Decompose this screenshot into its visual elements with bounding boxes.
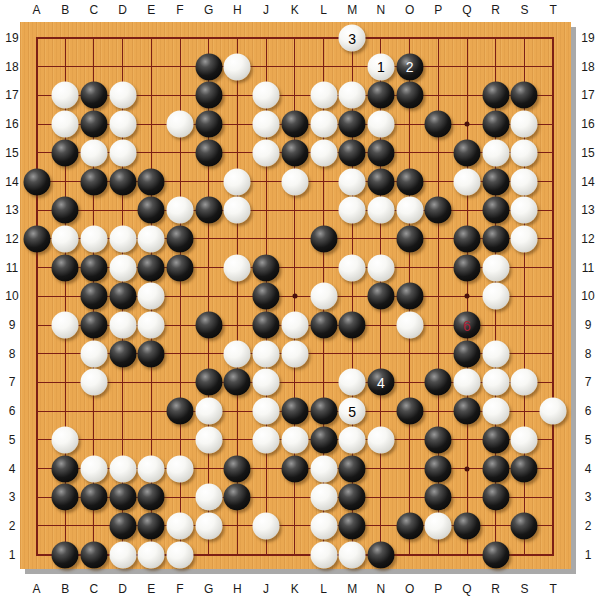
black-stone[interactable] bbox=[511, 82, 538, 109]
column-label: G bbox=[204, 582, 213, 596]
black-stone[interactable] bbox=[195, 82, 222, 109]
black-stone[interactable] bbox=[454, 225, 481, 252]
black-stone[interactable] bbox=[310, 312, 337, 339]
column-label: Q bbox=[462, 582, 471, 596]
white-stone[interactable] bbox=[310, 541, 337, 568]
white-stone[interactable] bbox=[339, 197, 366, 224]
black-stone[interactable] bbox=[482, 197, 509, 224]
white-stone[interactable]: 3 bbox=[339, 25, 366, 52]
column-label: O bbox=[405, 582, 414, 596]
black-stone[interactable] bbox=[253, 312, 280, 339]
white-stone[interactable] bbox=[281, 312, 308, 339]
column-label: T bbox=[549, 582, 556, 596]
column-label: D bbox=[118, 582, 127, 596]
white-stone[interactable] bbox=[367, 426, 394, 453]
white-stone[interactable] bbox=[80, 369, 107, 396]
row-label: 7 bbox=[585, 375, 592, 389]
white-stone[interactable] bbox=[281, 168, 308, 195]
white-stone[interactable] bbox=[167, 512, 194, 539]
white-stone[interactable] bbox=[482, 398, 509, 425]
black-stone[interactable] bbox=[281, 139, 308, 166]
column-label: G bbox=[204, 3, 213, 17]
white-stone[interactable] bbox=[224, 53, 251, 80]
white-stone[interactable] bbox=[80, 225, 107, 252]
black-stone[interactable] bbox=[195, 197, 222, 224]
black-stone[interactable] bbox=[52, 455, 79, 482]
column-label: P bbox=[434, 3, 442, 17]
black-stone[interactable] bbox=[310, 225, 337, 252]
black-stone[interactable] bbox=[482, 426, 509, 453]
white-stone[interactable] bbox=[109, 225, 136, 252]
white-stone[interactable] bbox=[52, 82, 79, 109]
row-label: 13 bbox=[581, 203, 594, 217]
black-stone[interactable] bbox=[109, 484, 136, 511]
white-stone[interactable] bbox=[253, 139, 280, 166]
white-stone[interactable] bbox=[310, 82, 337, 109]
white-stone[interactable] bbox=[109, 254, 136, 281]
black-stone[interactable] bbox=[109, 340, 136, 367]
row-label: 16 bbox=[581, 117, 594, 131]
black-stone[interactable] bbox=[339, 455, 366, 482]
white-stone[interactable] bbox=[195, 512, 222, 539]
row-label: 15 bbox=[5, 146, 18, 160]
black-stone[interactable] bbox=[195, 139, 222, 166]
black-stone[interactable]: 2 bbox=[396, 53, 423, 80]
white-stone[interactable] bbox=[482, 254, 509, 281]
white-stone[interactable] bbox=[80, 455, 107, 482]
white-stone[interactable] bbox=[138, 455, 165, 482]
white-stone[interactable]: 5 bbox=[339, 398, 366, 425]
move-number: 1 bbox=[377, 60, 385, 74]
white-stone[interactable] bbox=[195, 398, 222, 425]
black-stone[interactable] bbox=[80, 254, 107, 281]
black-stone[interactable] bbox=[425, 197, 452, 224]
white-stone[interactable] bbox=[52, 225, 79, 252]
black-stone[interactable] bbox=[109, 168, 136, 195]
column-label: E bbox=[147, 582, 155, 596]
white-stone[interactable] bbox=[224, 254, 251, 281]
row-label: 5 bbox=[585, 433, 592, 447]
column-label: C bbox=[90, 3, 99, 17]
black-stone[interactable] bbox=[339, 111, 366, 138]
row-label: 1 bbox=[585, 548, 592, 562]
black-stone[interactable] bbox=[396, 283, 423, 310]
row-label: 6 bbox=[585, 404, 592, 418]
black-stone[interactable] bbox=[224, 455, 251, 482]
column-label: B bbox=[61, 582, 69, 596]
black-stone[interactable] bbox=[195, 369, 222, 396]
move-number: 2 bbox=[406, 60, 414, 74]
white-stone[interactable] bbox=[310, 512, 337, 539]
black-stone[interactable] bbox=[80, 541, 107, 568]
column-label: C bbox=[90, 582, 99, 596]
white-stone[interactable] bbox=[396, 312, 423, 339]
black-stone[interactable] bbox=[425, 369, 452, 396]
black-stone[interactable] bbox=[511, 455, 538, 482]
black-stone[interactable] bbox=[367, 541, 394, 568]
black-stone[interactable] bbox=[109, 283, 136, 310]
grid-line-vertical bbox=[552, 37, 554, 556]
column-label: R bbox=[491, 582, 500, 596]
white-stone[interactable] bbox=[167, 541, 194, 568]
row-label: 18 bbox=[581, 60, 594, 74]
white-stone[interactable] bbox=[482, 139, 509, 166]
black-stone[interactable] bbox=[482, 82, 509, 109]
row-label: 11 bbox=[6, 261, 18, 275]
column-label: K bbox=[291, 582, 299, 596]
black-stone[interactable] bbox=[167, 225, 194, 252]
move-number: 5 bbox=[348, 404, 356, 418]
black-stone[interactable] bbox=[454, 340, 481, 367]
white-stone[interactable] bbox=[339, 168, 366, 195]
black-stone[interactable] bbox=[454, 254, 481, 281]
black-stone[interactable] bbox=[482, 225, 509, 252]
white-stone[interactable] bbox=[281, 340, 308, 367]
white-stone[interactable] bbox=[511, 139, 538, 166]
white-stone[interactable] bbox=[482, 369, 509, 396]
black-stone[interactable] bbox=[367, 82, 394, 109]
column-label: S bbox=[520, 3, 528, 17]
white-stone[interactable] bbox=[511, 369, 538, 396]
black-stone[interactable] bbox=[281, 398, 308, 425]
column-label: O bbox=[405, 3, 414, 17]
black-stone[interactable] bbox=[396, 398, 423, 425]
column-label: B bbox=[61, 3, 69, 17]
white-stone[interactable] bbox=[511, 225, 538, 252]
row-label: 17 bbox=[581, 88, 594, 102]
row-label: 15 bbox=[581, 146, 594, 160]
row-label: 12 bbox=[5, 232, 18, 246]
column-label: F bbox=[176, 3, 183, 17]
white-stone[interactable] bbox=[310, 139, 337, 166]
black-stone[interactable] bbox=[109, 512, 136, 539]
black-stone[interactable] bbox=[224, 484, 251, 511]
white-stone[interactable] bbox=[339, 426, 366, 453]
row-label: 10 bbox=[5, 289, 18, 303]
white-stone[interactable] bbox=[253, 340, 280, 367]
white-stone[interactable] bbox=[511, 168, 538, 195]
white-stone[interactable] bbox=[52, 111, 79, 138]
black-stone[interactable] bbox=[339, 512, 366, 539]
row-label: 1 bbox=[9, 548, 16, 562]
white-stone[interactable] bbox=[253, 82, 280, 109]
black-stone[interactable] bbox=[253, 283, 280, 310]
white-stone[interactable] bbox=[454, 369, 481, 396]
row-label: 3 bbox=[585, 490, 592, 504]
black-stone[interactable] bbox=[80, 82, 107, 109]
column-label: P bbox=[434, 582, 442, 596]
black-stone[interactable] bbox=[138, 484, 165, 511]
black-stone[interactable] bbox=[454, 398, 481, 425]
white-stone[interactable] bbox=[80, 139, 107, 166]
white-stone[interactable] bbox=[310, 484, 337, 511]
row-label: 6 bbox=[9, 404, 16, 418]
black-stone[interactable] bbox=[52, 139, 79, 166]
white-stone[interactable] bbox=[253, 369, 280, 396]
white-stone[interactable] bbox=[167, 197, 194, 224]
black-stone[interactable] bbox=[367, 139, 394, 166]
row-label: 12 bbox=[581, 232, 594, 246]
black-stone[interactable] bbox=[367, 168, 394, 195]
white-stone[interactable] bbox=[195, 484, 222, 511]
black-stone[interactable] bbox=[482, 541, 509, 568]
white-stone[interactable] bbox=[339, 82, 366, 109]
black-stone[interactable] bbox=[195, 312, 222, 339]
black-stone[interactable] bbox=[138, 340, 165, 367]
column-label: D bbox=[118, 3, 127, 17]
white-stone[interactable]: 1 bbox=[367, 53, 394, 80]
row-label: 8 bbox=[585, 347, 592, 361]
row-label: 11 bbox=[582, 261, 594, 275]
row-label: 19 bbox=[581, 31, 594, 45]
white-stone[interactable] bbox=[138, 312, 165, 339]
white-stone[interactable] bbox=[109, 139, 136, 166]
white-stone[interactable] bbox=[80, 340, 107, 367]
white-stone[interactable] bbox=[167, 455, 194, 482]
row-label: 17 bbox=[5, 88, 18, 102]
row-label: 4 bbox=[9, 462, 16, 476]
white-stone[interactable] bbox=[425, 512, 452, 539]
white-stone[interactable] bbox=[511, 426, 538, 453]
column-label: K bbox=[291, 3, 299, 17]
column-label: H bbox=[233, 3, 242, 17]
black-stone[interactable] bbox=[396, 168, 423, 195]
white-stone[interactable] bbox=[367, 254, 394, 281]
white-stone[interactable] bbox=[482, 283, 509, 310]
column-label: L bbox=[320, 582, 327, 596]
row-label: 18 bbox=[5, 60, 18, 74]
black-stone[interactable] bbox=[482, 168, 509, 195]
white-stone[interactable] bbox=[339, 541, 366, 568]
column-label: N bbox=[377, 3, 386, 17]
white-stone[interactable] bbox=[109, 111, 136, 138]
black-stone[interactable] bbox=[339, 139, 366, 166]
black-stone[interactable] bbox=[425, 426, 452, 453]
black-stone[interactable] bbox=[454, 512, 481, 539]
white-stone[interactable] bbox=[454, 168, 481, 195]
white-stone[interactable] bbox=[109, 312, 136, 339]
black-stone[interactable] bbox=[167, 398, 194, 425]
move-number: 4 bbox=[377, 375, 385, 389]
black-stone[interactable] bbox=[80, 111, 107, 138]
black-stone[interactable] bbox=[281, 111, 308, 138]
column-label: J bbox=[263, 582, 269, 596]
column-label: S bbox=[520, 582, 528, 596]
black-stone[interactable] bbox=[310, 426, 337, 453]
column-label: R bbox=[491, 3, 500, 17]
black-stone[interactable] bbox=[80, 484, 107, 511]
black-stone[interactable] bbox=[80, 283, 107, 310]
white-stone[interactable] bbox=[482, 340, 509, 367]
black-stone[interactable] bbox=[367, 283, 394, 310]
white-stone[interactable] bbox=[396, 197, 423, 224]
column-label: N bbox=[377, 582, 386, 596]
column-label: E bbox=[147, 3, 155, 17]
black-stone[interactable]: 6 bbox=[454, 312, 481, 339]
black-stone[interactable] bbox=[138, 197, 165, 224]
white-stone[interactable] bbox=[195, 426, 222, 453]
black-stone[interactable] bbox=[195, 111, 222, 138]
black-stone[interactable] bbox=[138, 168, 165, 195]
column-label: F bbox=[176, 582, 183, 596]
star-point bbox=[292, 294, 297, 299]
star-point bbox=[465, 122, 470, 127]
white-stone[interactable] bbox=[224, 340, 251, 367]
white-stone[interactable] bbox=[253, 111, 280, 138]
white-stone[interactable] bbox=[253, 426, 280, 453]
black-stone[interactable] bbox=[339, 484, 366, 511]
go-diagram-page: 312645 ABCDEFGHJKLMNOPQRST ABCDEFGHJKLMN… bbox=[0, 0, 601, 600]
white-stone[interactable] bbox=[310, 283, 337, 310]
white-stone[interactable] bbox=[367, 197, 394, 224]
black-stone[interactable] bbox=[195, 53, 222, 80]
white-stone[interactable] bbox=[52, 426, 79, 453]
black-stone[interactable]: 4 bbox=[367, 369, 394, 396]
column-label: H bbox=[233, 582, 242, 596]
white-stone[interactable] bbox=[367, 111, 394, 138]
row-label: 19 bbox=[5, 31, 18, 45]
black-stone[interactable] bbox=[396, 512, 423, 539]
white-stone[interactable] bbox=[224, 168, 251, 195]
white-stone[interactable] bbox=[52, 312, 79, 339]
black-stone[interactable] bbox=[80, 168, 107, 195]
black-stone[interactable] bbox=[310, 398, 337, 425]
black-stone[interactable] bbox=[339, 312, 366, 339]
white-stone[interactable] bbox=[109, 541, 136, 568]
white-stone[interactable] bbox=[167, 111, 194, 138]
black-stone[interactable] bbox=[281, 455, 308, 482]
row-label: 3 bbox=[9, 490, 16, 504]
row-label: 7 bbox=[9, 375, 16, 389]
white-stone[interactable] bbox=[281, 426, 308, 453]
row-label: 10 bbox=[581, 289, 594, 303]
white-stone[interactable] bbox=[138, 541, 165, 568]
white-stone[interactable] bbox=[138, 283, 165, 310]
white-stone[interactable] bbox=[511, 111, 538, 138]
black-stone[interactable] bbox=[253, 254, 280, 281]
white-stone[interactable] bbox=[224, 197, 251, 224]
black-stone[interactable] bbox=[138, 254, 165, 281]
row-label: 14 bbox=[5, 175, 18, 189]
black-stone[interactable] bbox=[52, 541, 79, 568]
black-stone[interactable] bbox=[396, 82, 423, 109]
column-label: M bbox=[347, 3, 357, 17]
black-stone[interactable] bbox=[482, 455, 509, 482]
black-stone[interactable] bbox=[482, 111, 509, 138]
black-stone[interactable] bbox=[23, 225, 50, 252]
column-label: A bbox=[32, 582, 40, 596]
white-stone[interactable] bbox=[253, 398, 280, 425]
star-point bbox=[465, 466, 470, 471]
column-label: L bbox=[320, 3, 327, 17]
go-board[interactable]: 312645 bbox=[20, 22, 571, 569]
column-label: J bbox=[263, 3, 269, 17]
black-stone[interactable] bbox=[396, 225, 423, 252]
black-stone[interactable] bbox=[454, 139, 481, 166]
black-stone[interactable] bbox=[23, 168, 50, 195]
black-stone[interactable] bbox=[425, 484, 452, 511]
black-stone[interactable] bbox=[425, 455, 452, 482]
row-label: 14 bbox=[581, 175, 594, 189]
white-stone[interactable] bbox=[310, 455, 337, 482]
row-label: 9 bbox=[585, 318, 592, 332]
column-label: T bbox=[549, 3, 556, 17]
row-label: 2 bbox=[9, 519, 16, 533]
black-stone[interactable] bbox=[52, 197, 79, 224]
white-stone[interactable] bbox=[310, 111, 337, 138]
black-stone[interactable] bbox=[482, 484, 509, 511]
white-stone[interactable] bbox=[339, 369, 366, 396]
white-stone[interactable] bbox=[138, 225, 165, 252]
row-label: 2 bbox=[585, 519, 592, 533]
white-stone[interactable] bbox=[109, 455, 136, 482]
black-stone[interactable] bbox=[224, 369, 251, 396]
row-label: 16 bbox=[5, 117, 18, 131]
row-label: 8 bbox=[9, 347, 16, 361]
black-stone[interactable] bbox=[425, 111, 452, 138]
row-label: 13 bbox=[5, 203, 18, 217]
white-stone[interactable] bbox=[109, 82, 136, 109]
row-label: 4 bbox=[585, 462, 592, 476]
white-stone[interactable] bbox=[339, 254, 366, 281]
move-number: 6 bbox=[463, 318, 471, 332]
black-stone[interactable] bbox=[167, 254, 194, 281]
move-number: 3 bbox=[348, 31, 356, 45]
row-label: 5 bbox=[9, 433, 16, 447]
white-stone[interactable] bbox=[253, 512, 280, 539]
black-stone[interactable] bbox=[511, 512, 538, 539]
row-label: 9 bbox=[9, 318, 16, 332]
black-stone[interactable] bbox=[80, 312, 107, 339]
column-label: M bbox=[347, 582, 357, 596]
black-stone[interactable] bbox=[52, 254, 79, 281]
black-stone[interactable] bbox=[52, 484, 79, 511]
black-stone[interactable] bbox=[138, 512, 165, 539]
white-stone[interactable] bbox=[540, 398, 567, 425]
column-label: A bbox=[32, 3, 40, 17]
white-stone[interactable] bbox=[511, 197, 538, 224]
star-point bbox=[465, 294, 470, 299]
column-label: Q bbox=[462, 3, 471, 17]
